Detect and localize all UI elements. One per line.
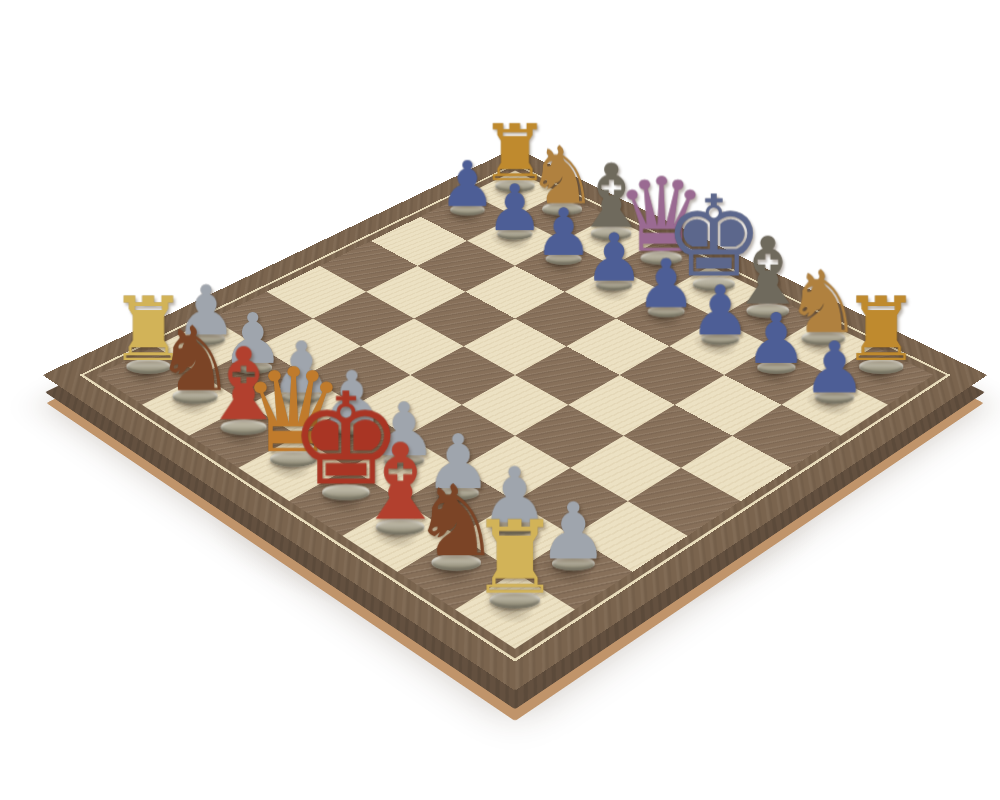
square-h7[interactable]: ♟: [781, 375, 888, 436]
piece-black-pawn[interactable]: ♟: [774, 339, 896, 404]
square-h1[interactable]: ♜: [455, 572, 575, 649]
chess-set-photo: ♜♞♝♛♚♝♞♜♟♟♟♟♟♟♟♟♟♟♟♟♟♟♟♟♜♞♝♛♚♝♞♜: [0, 0, 1000, 800]
piece-white-rook[interactable]: ♜: [446, 517, 583, 609]
white-rook-icon: ♜: [470, 517, 560, 600]
black-pawn-icon: ♟: [803, 339, 867, 397]
